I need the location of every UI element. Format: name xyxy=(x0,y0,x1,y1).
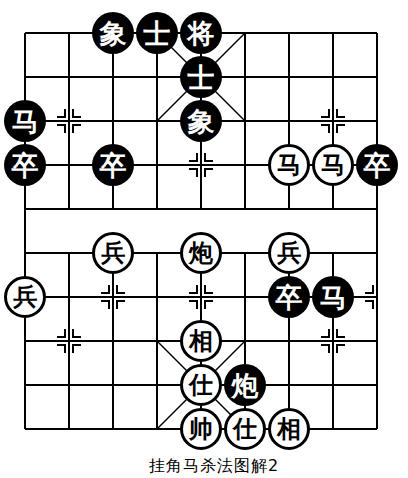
piece-black-general[interactable]: 将 xyxy=(180,12,222,54)
piece-black-soldier[interactable]: 卒 xyxy=(268,276,310,318)
diagram-caption: 挂角马杀法图解2 xyxy=(0,456,408,477)
piece-black-advisor[interactable]: 士 xyxy=(136,12,178,54)
piece-white-soldier[interactable]: 兵 xyxy=(268,232,310,274)
xiangqi-board: 象士将士马象卒卒马马卒兵炮兵兵卒马相仕炮帅仕相 xyxy=(3,11,399,451)
piece-black-soldier[interactable]: 卒 xyxy=(92,144,134,186)
piece-black-cannon[interactable]: 炮 xyxy=(224,364,266,406)
xiangqi-diagram: 象士将士马象卒卒马马卒兵炮兵兵卒马相仕炮帅仕相 挂角马杀法图解2 xyxy=(0,0,408,478)
piece-white-elephant[interactable]: 相 xyxy=(180,320,222,362)
piece-white-advisor[interactable]: 仕 xyxy=(180,364,222,406)
piece-white-general[interactable]: 帅 xyxy=(180,408,222,450)
piece-black-soldier[interactable]: 卒 xyxy=(356,144,398,186)
piece-black-horse[interactable]: 马 xyxy=(4,100,46,142)
piece-white-advisor[interactable]: 仕 xyxy=(224,408,266,450)
piece-black-elephant[interactable]: 象 xyxy=(92,12,134,54)
piece-black-elephant[interactable]: 象 xyxy=(180,100,222,142)
piece-black-horse[interactable]: 马 xyxy=(312,276,354,318)
piece-white-horse[interactable]: 马 xyxy=(312,144,354,186)
piece-white-cannon[interactable]: 炮 xyxy=(180,232,222,274)
piece-white-soldier[interactable]: 兵 xyxy=(92,232,134,274)
piece-black-soldier[interactable]: 卒 xyxy=(4,144,46,186)
piece-white-horse[interactable]: 马 xyxy=(268,144,310,186)
piece-black-advisor[interactable]: 士 xyxy=(180,56,222,98)
piece-white-soldier[interactable]: 兵 xyxy=(4,276,46,318)
piece-white-elephant[interactable]: 相 xyxy=(268,408,310,450)
